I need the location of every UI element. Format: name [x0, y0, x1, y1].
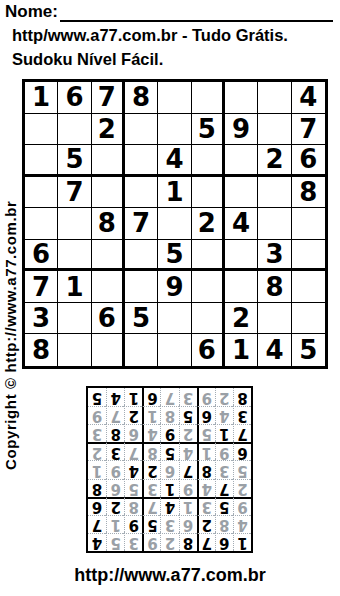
solution-cell-r9c3: 9 [197, 388, 215, 406]
puzzle-cell-r8c9[interactable] [292, 303, 325, 335]
puzzle-cell-r6c6[interactable] [192, 240, 225, 272]
puzzle-cell-r4c5: 1 [158, 177, 191, 209]
puzzle-cell-r5c8[interactable] [258, 208, 291, 240]
puzzle-cell-r3c9: 6 [292, 145, 325, 177]
puzzle-cell-r7c7[interactable] [225, 271, 258, 303]
solution-cell-r8c5: 8 [160, 406, 178, 424]
solution-cell-r6c9: 2 [88, 442, 106, 460]
solution-cell-r9c9: 5 [88, 388, 106, 406]
solution-cell-r2c9: 7 [88, 515, 106, 533]
solution-cell-r5c3: 8 [197, 460, 215, 478]
puzzle-cell-r6c1: 6 [25, 240, 58, 272]
puzzle-cell-r3c5: 4 [158, 145, 191, 177]
solution-cell-r9c5: 7 [160, 388, 178, 406]
puzzle-cell-r4c3[interactable] [92, 177, 125, 209]
solution-cell-r1c2: 6 [215, 533, 233, 551]
puzzle-cell-r3c1[interactable] [25, 145, 58, 177]
sudoku-solution-grid-rotated-180: 1678293544826359179531478262749135685387… [86, 386, 253, 553]
solution-cell-r1c5: 2 [160, 533, 178, 551]
name-label: Nome: [5, 2, 58, 22]
puzzle-cell-r8c5[interactable] [158, 303, 191, 335]
puzzle-cell-r9c3[interactable] [92, 334, 125, 366]
solution-cell-r2c5: 3 [160, 515, 178, 533]
solution-cell-r2c8: 1 [106, 515, 124, 533]
solution-cell-r4c7: 5 [124, 479, 142, 497]
puzzle-cell-r3c4[interactable] [125, 145, 158, 177]
solution-cell-r6c5: 5 [160, 442, 178, 460]
solution-cell-r8c6: 1 [142, 406, 160, 424]
puzzle-cell-r7c1: 7 [25, 271, 58, 303]
solution-cell-r6c2: 9 [215, 442, 233, 460]
name-fill-line[interactable] [60, 2, 333, 22]
solution-cell-r9c8: 4 [106, 388, 124, 406]
solution-cell-r4c6: 3 [142, 479, 160, 497]
solution-cell-r9c7: 1 [124, 388, 142, 406]
solution-cell-r3c2: 5 [215, 497, 233, 515]
solution-cell-r9c6: 6 [142, 388, 160, 406]
solution-cell-r5c8: 9 [106, 460, 124, 478]
solution-cell-r2c4: 6 [179, 515, 197, 533]
puzzle-cell-r1c6[interactable] [192, 82, 225, 114]
solution-cell-r1c6: 9 [142, 533, 160, 551]
puzzle-cell-r4c7[interactable] [225, 177, 258, 209]
solution-cell-r3c9: 6 [88, 497, 106, 515]
puzzle-cell-r1c5[interactable] [158, 82, 191, 114]
puzzle-cell-r5c6: 2 [192, 208, 225, 240]
puzzle-cell-r2c9: 7 [292, 114, 325, 146]
solution-cell-r4c4: 9 [179, 479, 197, 497]
puzzle-cell-r7c4[interactable] [125, 271, 158, 303]
puzzle-cell-r2c8[interactable] [258, 114, 291, 146]
solution-cell-r1c7: 3 [124, 533, 142, 551]
solution-cell-r2c6: 5 [142, 515, 160, 533]
puzzle-cell-r7c3[interactable] [92, 271, 125, 303]
solution-cell-r1c9: 4 [88, 533, 106, 551]
puzzle-cell-r3c2: 5 [58, 145, 91, 177]
puzzle-cell-r8c1: 3 [25, 303, 58, 335]
solution-cell-r6c1: 6 [233, 442, 251, 460]
puzzle-cell-r5c7: 4 [225, 208, 258, 240]
solution-cell-r5c4: 7 [179, 460, 197, 478]
solution-cell-r3c8: 2 [106, 497, 124, 515]
puzzle-cell-r2c5[interactable] [158, 114, 191, 146]
puzzle-cell-r9c9: 5 [292, 334, 325, 366]
solution-cell-r8c7: 2 [124, 406, 142, 424]
solution-cell-r5c5: 6 [160, 460, 178, 478]
puzzle-cell-r4c2: 7 [58, 177, 91, 209]
solution-cell-r1c1: 1 [233, 533, 251, 551]
puzzle-cell-r2c7: 9 [225, 114, 258, 146]
copyright-vertical-text: Copyright © http://www.a77.com.br [2, 84, 19, 470]
solution-cell-r8c9: 9 [88, 406, 106, 424]
puzzle-cell-r8c4: 5 [125, 303, 158, 335]
solution-cell-r6c7: 7 [124, 442, 142, 460]
solution-cell-r1c4: 8 [179, 533, 197, 551]
solution-cell-r5c7: 4 [124, 460, 142, 478]
puzzle-cell-r2c1[interactable] [25, 114, 58, 146]
footer-url: http://www.a77.com.br [0, 565, 340, 586]
solution-cell-r2c3: 2 [197, 515, 215, 533]
solution-cell-r2c7: 9 [124, 515, 142, 533]
solution-cell-r8c3: 6 [197, 406, 215, 424]
puzzle-cell-r6c5: 5 [158, 240, 191, 272]
puzzle-cell-r3c8: 2 [258, 145, 291, 177]
puzzle-cell-r7c5: 9 [158, 271, 191, 303]
puzzle-cell-r5c4: 7 [125, 208, 158, 240]
puzzle-cell-r4c1[interactable] [25, 177, 58, 209]
solution-cell-r7c2: 1 [215, 424, 233, 442]
solution-cell-r1c3: 7 [197, 533, 215, 551]
solution-cell-r4c1: 2 [233, 479, 251, 497]
solution-cell-r8c1: 3 [233, 406, 251, 424]
puzzle-cell-r4c6[interactable] [192, 177, 225, 209]
puzzle-cell-r1c4: 8 [125, 82, 158, 114]
solution-cell-r3c5: 4 [160, 497, 178, 515]
solution-cell-r6c3: 1 [197, 442, 215, 460]
puzzle-cell-r7c6[interactable] [192, 271, 225, 303]
puzzle-cell-r9c6: 6 [192, 334, 225, 366]
puzzle-cell-r8c6[interactable] [192, 303, 225, 335]
puzzle-cell-r5c5[interactable] [158, 208, 191, 240]
puzzle-cell-r3c3[interactable] [92, 145, 125, 177]
puzzle-cell-r6c9[interactable] [292, 240, 325, 272]
solution-cell-r9c2: 2 [215, 388, 233, 406]
solution-cell-r7c7: 6 [124, 424, 142, 442]
puzzle-cell-r8c7: 2 [225, 303, 258, 335]
puzzle-cell-r7c2: 1 [58, 271, 91, 303]
puzzle-cell-r6c8: 3 [258, 240, 291, 272]
solution-cell-r5c9: 1 [88, 460, 106, 478]
puzzle-cell-r6c7[interactable] [225, 240, 258, 272]
puzzle-cell-r5c9[interactable] [292, 208, 325, 240]
solution-cell-r8c2: 4 [215, 406, 233, 424]
puzzle-cell-r6c3[interactable] [92, 240, 125, 272]
puzzle-cell-r1c8[interactable] [258, 82, 291, 114]
solution-cell-r3c1: 9 [233, 497, 251, 515]
solution-cell-r9c4: 3 [179, 388, 197, 406]
solution-cell-r7c9: 3 [88, 424, 106, 442]
solution-cell-r9c1: 8 [233, 388, 251, 406]
puzzle-cell-r9c5[interactable] [158, 334, 191, 366]
solution-cell-r7c5: 9 [160, 424, 178, 442]
solution-cell-r2c2: 8 [215, 515, 233, 533]
puzzle-cell-r9c2[interactable] [58, 334, 91, 366]
puzzle-level-title: Sudoku Nível Fácil. [12, 50, 163, 69]
solution-cell-r6c6: 8 [142, 442, 160, 460]
solution-cell-r4c8: 6 [106, 479, 124, 497]
puzzle-cell-r2c6: 5 [192, 114, 225, 146]
puzzle-cell-r1c7[interactable] [225, 82, 258, 114]
solution-cell-r2c1: 4 [233, 515, 251, 533]
puzzle-cell-r1c9: 4 [292, 82, 325, 114]
puzzle-cell-r4c4[interactable] [125, 177, 158, 209]
puzzle-cell-r2c2[interactable] [58, 114, 91, 146]
solution-cell-r8c4: 5 [179, 406, 197, 424]
solution-cell-r6c4: 4 [179, 442, 197, 460]
puzzle-cell-r2c4[interactable] [125, 114, 158, 146]
puzzle-cell-r8c8[interactable] [258, 303, 291, 335]
site-title: http/www.a77.com.br - Tudo Grátis. [12, 26, 288, 45]
puzzle-cell-r7c9[interactable] [292, 271, 325, 303]
puzzle-cell-r5c2[interactable] [58, 208, 91, 240]
solution-cell-r7c6: 4 [142, 424, 160, 442]
puzzle-cell-r8c2[interactable] [58, 303, 91, 335]
solution-cell-r3c6: 7 [142, 497, 160, 515]
solution-cell-r7c3: 5 [197, 424, 215, 442]
solution-cell-r4c9: 8 [88, 479, 106, 497]
puzzle-cell-r7c8: 8 [258, 271, 291, 303]
solution-cell-r6c8: 3 [106, 442, 124, 460]
solution-cell-r3c3: 3 [197, 497, 215, 515]
puzzle-cell-r4c9: 8 [292, 177, 325, 209]
name-row: Nome: [5, 2, 333, 22]
puzzle-cell-r9c4[interactable] [125, 334, 158, 366]
solution-cell-r7c8: 8 [106, 424, 124, 442]
puzzle-cell-r1c1: 1 [25, 82, 58, 114]
solution-cell-r3c4: 1 [179, 497, 197, 515]
puzzle-cell-r9c1: 8 [25, 334, 58, 366]
solution-cell-r7c1: 7 [233, 424, 251, 442]
puzzle-cell-r6c4[interactable] [125, 240, 158, 272]
solution-cell-r5c1: 5 [233, 460, 251, 478]
solution-cell-r4c3: 4 [197, 479, 215, 497]
puzzle-cell-r8c3: 6 [92, 303, 125, 335]
puzzle-cell-r1c2: 6 [58, 82, 91, 114]
puzzle-cell-r9c7: 1 [225, 334, 258, 366]
puzzle-cell-r4c8[interactable] [258, 177, 291, 209]
solution-cell-r4c5: 1 [160, 479, 178, 497]
puzzle-cell-r2c3: 2 [92, 114, 125, 146]
sudoku-puzzle-grid: 167842597542671887246537198365286145 [22, 79, 328, 369]
solution-cell-r8c8: 7 [106, 406, 124, 424]
solution-cell-r1c8: 5 [106, 533, 124, 551]
puzzle-cell-r6c2[interactable] [58, 240, 91, 272]
solution-cell-r5c2: 3 [215, 460, 233, 478]
solution-cell-r7c4: 2 [179, 424, 197, 442]
solution-cell-r3c7: 8 [124, 497, 142, 515]
puzzle-cell-r1c3: 7 [92, 82, 125, 114]
puzzle-cell-r5c1[interactable] [25, 208, 58, 240]
puzzle-cell-r9c8: 4 [258, 334, 291, 366]
puzzle-cell-r5c3: 8 [92, 208, 125, 240]
puzzle-cell-r3c7[interactable] [225, 145, 258, 177]
puzzle-cell-r3c6[interactable] [192, 145, 225, 177]
solution-cell-r4c2: 7 [215, 479, 233, 497]
solution-cell-r5c6: 2 [142, 460, 160, 478]
